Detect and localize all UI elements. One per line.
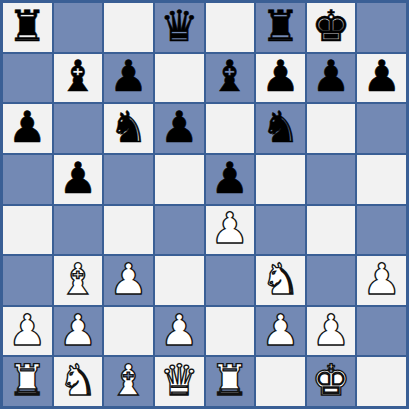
square-d5[interactable] [155, 155, 204, 204]
square-h7[interactable]: ♟ [357, 54, 406, 103]
square-f2[interactable]: ♟ [256, 307, 305, 356]
square-e2[interactable] [206, 307, 255, 356]
square-h4[interactable] [357, 206, 406, 255]
piece-white-pawn[interactable]: ♟ [211, 207, 250, 250]
piece-white-pawn[interactable]: ♟ [312, 309, 351, 352]
piece-white-knight[interactable]: ♞ [261, 258, 300, 301]
square-d2[interactable]: ♟ [155, 307, 204, 356]
square-a4[interactable] [3, 206, 52, 255]
square-c1[interactable]: ♝ [104, 357, 153, 406]
piece-white-pawn[interactable]: ♟ [109, 258, 148, 301]
square-f3[interactable]: ♞ [256, 256, 305, 305]
piece-white-pawn[interactable]: ♟ [8, 309, 47, 352]
piece-black-pawn[interactable]: ♟ [362, 55, 401, 98]
square-g2[interactable]: ♟ [307, 307, 356, 356]
square-c5[interactable] [104, 155, 153, 204]
square-h8[interactable] [357, 3, 406, 52]
square-f6[interactable]: ♞ [256, 104, 305, 153]
piece-white-pawn[interactable]: ♟ [362, 258, 401, 301]
square-b1[interactable]: ♞ [54, 357, 103, 406]
piece-black-bishop[interactable]: ♝ [211, 55, 250, 98]
board-area: ♜♛♜♚♝♟♝♟♟♟♟♞♟♞♟♟♟♝♟♞♟♟♟♟♟♟♜♞♝♛♜♚ [0, 0, 409, 409]
square-b6[interactable] [54, 104, 103, 153]
square-c7[interactable]: ♟ [104, 54, 153, 103]
square-b5[interactable]: ♟ [54, 155, 103, 204]
square-a6[interactable]: ♟ [3, 104, 52, 153]
square-h6[interactable] [357, 104, 406, 153]
square-a5[interactable] [3, 155, 52, 204]
square-f8[interactable]: ♜ [256, 3, 305, 52]
square-e4[interactable]: ♟ [206, 206, 255, 255]
square-c4[interactable] [104, 206, 153, 255]
piece-white-queen[interactable]: ♛ [160, 359, 199, 402]
piece-black-pawn[interactable]: ♟ [312, 55, 351, 98]
piece-black-pawn[interactable]: ♟ [109, 55, 148, 98]
square-e3[interactable] [206, 256, 255, 305]
square-h1[interactable] [357, 357, 406, 406]
square-g1[interactable]: ♚ [307, 357, 356, 406]
square-b7[interactable]: ♝ [54, 54, 103, 103]
square-b3[interactable]: ♝ [54, 256, 103, 305]
piece-black-pawn[interactable]: ♟ [8, 106, 47, 149]
square-a8[interactable]: ♜ [3, 3, 52, 52]
piece-white-bishop[interactable]: ♝ [109, 359, 148, 402]
square-g5[interactable] [307, 155, 356, 204]
square-a2[interactable]: ♟ [3, 307, 52, 356]
piece-white-knight[interactable]: ♞ [59, 359, 98, 402]
square-f4[interactable] [256, 206, 305, 255]
piece-black-pawn[interactable]: ♟ [211, 157, 250, 200]
square-c8[interactable] [104, 3, 153, 52]
piece-black-bishop[interactable]: ♝ [59, 55, 98, 98]
piece-white-pawn[interactable]: ♟ [59, 309, 98, 352]
square-d7[interactable] [155, 54, 204, 103]
piece-black-knight[interactable]: ♞ [261, 106, 300, 149]
square-g4[interactable] [307, 206, 356, 255]
square-h3[interactable]: ♟ [357, 256, 406, 305]
square-e1[interactable]: ♜ [206, 357, 255, 406]
square-c2[interactable] [104, 307, 153, 356]
piece-white-rook[interactable]: ♜ [8, 359, 47, 402]
square-h5[interactable] [357, 155, 406, 204]
square-d3[interactable] [155, 256, 204, 305]
piece-black-pawn[interactable]: ♟ [160, 106, 199, 149]
piece-white-pawn[interactable]: ♟ [261, 309, 300, 352]
piece-black-king[interactable]: ♚ [312, 5, 351, 48]
square-d4[interactable] [155, 206, 204, 255]
square-c3[interactable]: ♟ [104, 256, 153, 305]
square-d8[interactable]: ♛ [155, 3, 204, 52]
square-g7[interactable]: ♟ [307, 54, 356, 103]
square-g3[interactable] [307, 256, 356, 305]
piece-white-bishop[interactable]: ♝ [59, 258, 98, 301]
square-e8[interactable] [206, 3, 255, 52]
square-f5[interactable] [256, 155, 305, 204]
square-h2[interactable] [357, 307, 406, 356]
square-b8[interactable] [54, 3, 103, 52]
square-d1[interactable]: ♛ [155, 357, 204, 406]
piece-black-queen[interactable]: ♛ [160, 5, 199, 48]
square-a3[interactable] [3, 256, 52, 305]
piece-white-rook[interactable]: ♜ [211, 359, 250, 402]
square-c6[interactable]: ♞ [104, 104, 153, 153]
square-b2[interactable]: ♟ [54, 307, 103, 356]
square-f7[interactable]: ♟ [256, 54, 305, 103]
piece-black-pawn[interactable]: ♟ [59, 157, 98, 200]
square-e6[interactable] [206, 104, 255, 153]
piece-white-king[interactable]: ♚ [312, 359, 351, 402]
piece-black-rook[interactable]: ♜ [261, 5, 300, 48]
square-e7[interactable]: ♝ [206, 54, 255, 103]
square-a1[interactable]: ♜ [3, 357, 52, 406]
square-g8[interactable]: ♚ [307, 3, 356, 52]
square-b4[interactable] [54, 206, 103, 255]
piece-white-pawn[interactable]: ♟ [160, 309, 199, 352]
piece-black-knight[interactable]: ♞ [109, 106, 148, 149]
chess-board: ♜♛♜♚♝♟♝♟♟♟♟♞♟♞♟♟♟♝♟♞♟♟♟♟♟♟♜♞♝♛♜♚ [0, 0, 409, 409]
square-d6[interactable]: ♟ [155, 104, 204, 153]
square-a7[interactable] [3, 54, 52, 103]
square-f1[interactable] [256, 357, 305, 406]
square-e5[interactable]: ♟ [206, 155, 255, 204]
piece-black-rook[interactable]: ♜ [8, 5, 47, 48]
square-g6[interactable] [307, 104, 356, 153]
piece-black-pawn[interactable]: ♟ [261, 55, 300, 98]
